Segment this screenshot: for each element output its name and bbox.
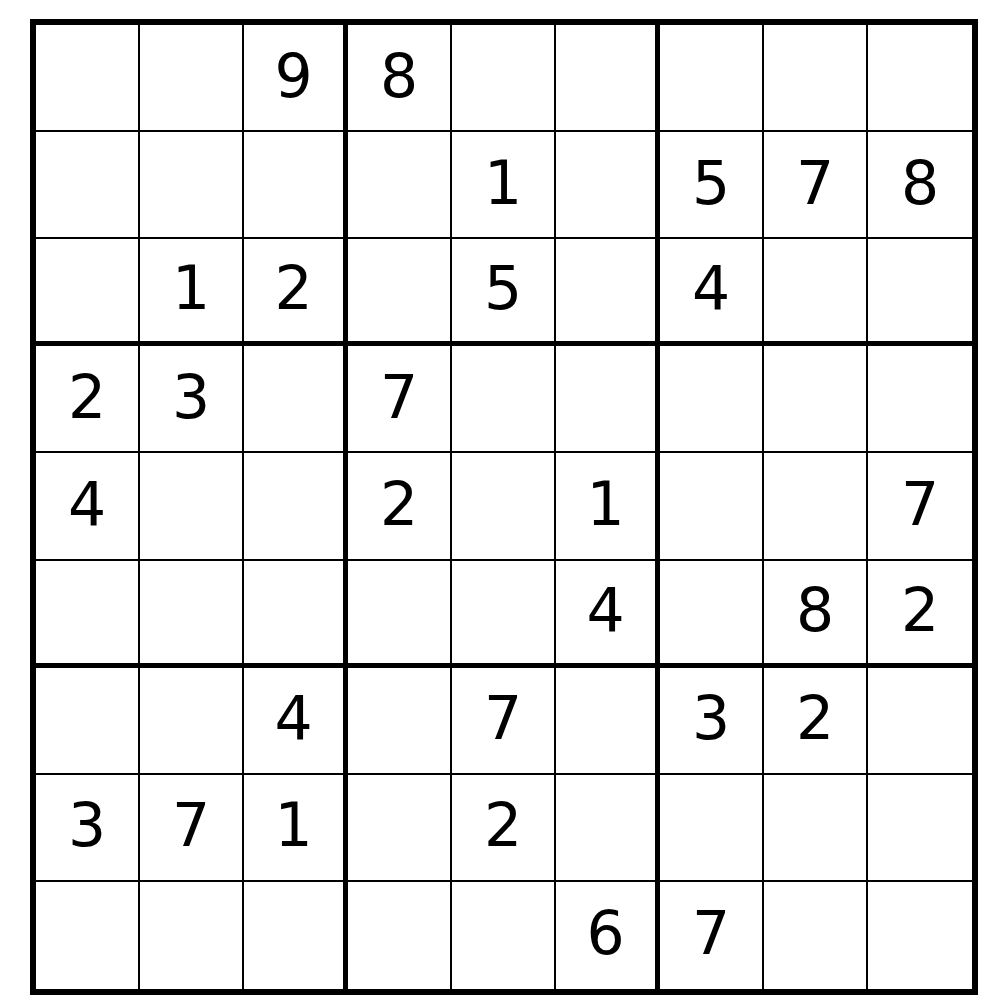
cell-r5c8[interactable]	[764, 453, 868, 560]
given-digit: 2	[380, 474, 418, 534]
cell-r4c4[interactable]: 7	[348, 346, 452, 453]
cell-r9c2[interactable]	[140, 882, 244, 989]
cell-r7c4[interactable]	[348, 668, 452, 775]
cell-r9c7[interactable]: 7	[660, 882, 764, 989]
given-digit: 2	[484, 795, 522, 855]
cell-r3c1[interactable]	[36, 239, 140, 346]
cell-r1c5[interactable]	[452, 25, 556, 132]
cell-r2c5[interactable]: 1	[452, 132, 556, 239]
cell-r4c5[interactable]	[452, 346, 556, 453]
given-digit: 3	[68, 795, 106, 855]
cell-r4c1[interactable]: 2	[36, 346, 140, 453]
cell-r9c6[interactable]: 6	[556, 882, 660, 989]
cell-r4c2[interactable]: 3	[140, 346, 244, 453]
given-digit: 1	[586, 474, 624, 534]
cell-r7c5[interactable]: 7	[452, 668, 556, 775]
cell-r5c7[interactable]	[660, 453, 764, 560]
cell-r9c4[interactable]	[348, 882, 452, 989]
cell-r3c9[interactable]	[868, 239, 972, 346]
given-digit: 4	[274, 688, 312, 748]
cell-r5c6[interactable]: 1	[556, 453, 660, 560]
cell-r4c8[interactable]	[764, 346, 868, 453]
given-digit: 1	[172, 258, 210, 318]
given-digit: 2	[68, 367, 106, 427]
cell-r6c7[interactable]	[660, 561, 764, 668]
given-digit: 6	[586, 903, 624, 963]
given-digit: 8	[901, 153, 939, 213]
cell-r7c6[interactable]	[556, 668, 660, 775]
cell-r9c8[interactable]	[764, 882, 868, 989]
cell-r7c8[interactable]: 2	[764, 668, 868, 775]
cell-r7c9[interactable]	[868, 668, 972, 775]
cell-r3c5[interactable]: 5	[452, 239, 556, 346]
cell-r3c6[interactable]	[556, 239, 660, 346]
cell-r1c6[interactable]	[556, 25, 660, 132]
given-digit: 7	[796, 153, 834, 213]
cell-r4c9[interactable]	[868, 346, 972, 453]
cell-r1c8[interactable]	[764, 25, 868, 132]
cell-r3c7[interactable]: 4	[660, 239, 764, 346]
given-digit: 2	[274, 258, 312, 318]
cell-r1c3[interactable]: 9	[244, 25, 348, 132]
given-digit: 7	[692, 903, 730, 963]
cell-r8c7[interactable]	[660, 775, 764, 882]
cell-r6c3[interactable]	[244, 561, 348, 668]
given-digit: 7	[484, 688, 522, 748]
cell-r4c7[interactable]	[660, 346, 764, 453]
cell-r6c1[interactable]	[36, 561, 140, 668]
cell-r8c6[interactable]	[556, 775, 660, 882]
cell-r5c9[interactable]: 7	[868, 453, 972, 560]
given-digit: 4	[692, 258, 730, 318]
cell-r2c8[interactable]: 7	[764, 132, 868, 239]
cell-r5c5[interactable]	[452, 453, 556, 560]
cell-r7c2[interactable]	[140, 668, 244, 775]
given-digit: 5	[692, 153, 730, 213]
cell-r6c6[interactable]: 4	[556, 561, 660, 668]
cell-r8c1[interactable]: 3	[36, 775, 140, 882]
cell-r8c2[interactable]: 7	[140, 775, 244, 882]
cell-r6c5[interactable]	[452, 561, 556, 668]
given-digit: 7	[380, 367, 418, 427]
cell-r1c1[interactable]	[36, 25, 140, 132]
cell-r2c7[interactable]: 5	[660, 132, 764, 239]
cell-r8c4[interactable]	[348, 775, 452, 882]
cell-r2c2[interactable]	[140, 132, 244, 239]
cell-r1c4[interactable]: 8	[348, 25, 452, 132]
cell-r2c9[interactable]: 8	[868, 132, 972, 239]
cell-r7c3[interactable]: 4	[244, 668, 348, 775]
cell-r6c2[interactable]	[140, 561, 244, 668]
given-digit: 8	[796, 580, 834, 640]
cell-r1c7[interactable]	[660, 25, 764, 132]
cell-r9c1[interactable]	[36, 882, 140, 989]
given-digit: 7	[901, 474, 939, 534]
cell-r4c3[interactable]	[244, 346, 348, 453]
given-digit: 1	[274, 795, 312, 855]
cell-r5c1[interactable]: 4	[36, 453, 140, 560]
cell-r3c8[interactable]	[764, 239, 868, 346]
cell-r6c8[interactable]: 8	[764, 561, 868, 668]
given-digit: 7	[172, 795, 210, 855]
given-digit: 9	[274, 46, 312, 106]
cell-r8c5[interactable]: 2	[452, 775, 556, 882]
cell-r6c4[interactable]	[348, 561, 452, 668]
given-digit: 1	[484, 153, 522, 213]
cell-r3c4[interactable]	[348, 239, 452, 346]
given-digit: 4	[586, 580, 624, 640]
cell-r3c2[interactable]: 1	[140, 239, 244, 346]
cell-r9c3[interactable]	[244, 882, 348, 989]
cell-r8c9[interactable]	[868, 775, 972, 882]
cell-r1c2[interactable]	[140, 25, 244, 132]
cell-r9c5[interactable]	[452, 882, 556, 989]
given-digit: 3	[172, 367, 210, 427]
cell-r2c4[interactable]	[348, 132, 452, 239]
given-digit: 4	[68, 474, 106, 534]
cell-r2c3[interactable]	[244, 132, 348, 239]
given-digit: 8	[380, 46, 418, 106]
cell-r6c9[interactable]: 2	[868, 561, 972, 668]
given-digit: 3	[692, 688, 730, 748]
cell-r8c3[interactable]: 1	[244, 775, 348, 882]
given-digit: 5	[484, 258, 522, 318]
cell-r2c6[interactable]	[556, 132, 660, 239]
cell-r9c9[interactable]	[868, 882, 972, 989]
cell-r8c8[interactable]	[764, 775, 868, 882]
cell-r5c4[interactable]: 2	[348, 453, 452, 560]
cell-r5c2[interactable]	[140, 453, 244, 560]
given-digit: 2	[901, 580, 939, 640]
cell-r2c1[interactable]	[36, 132, 140, 239]
cell-r1c9[interactable]	[868, 25, 972, 132]
cell-r4c6[interactable]	[556, 346, 660, 453]
given-digit: 2	[796, 688, 834, 748]
cell-r5c3[interactable]	[244, 453, 348, 560]
cell-r7c7[interactable]: 3	[660, 668, 764, 775]
sudoku-board: 981578125423742174824732371267	[30, 19, 978, 995]
cell-r7c1[interactable]	[36, 668, 140, 775]
cell-r3c3[interactable]: 2	[244, 239, 348, 346]
